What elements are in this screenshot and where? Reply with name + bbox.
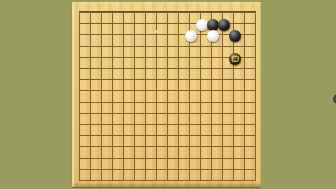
black-stone: [229, 53, 241, 65]
board-grid: [79, 11, 256, 181]
go-board[interactable]: [72, 2, 261, 187]
white-stone: [185, 30, 197, 42]
white-stone: [207, 30, 219, 42]
hint-dot: [155, 30, 158, 33]
black-stone: [218, 19, 230, 31]
black-stone: [229, 30, 241, 42]
app-background: [0, 0, 336, 189]
last-move-marker: [232, 56, 239, 63]
